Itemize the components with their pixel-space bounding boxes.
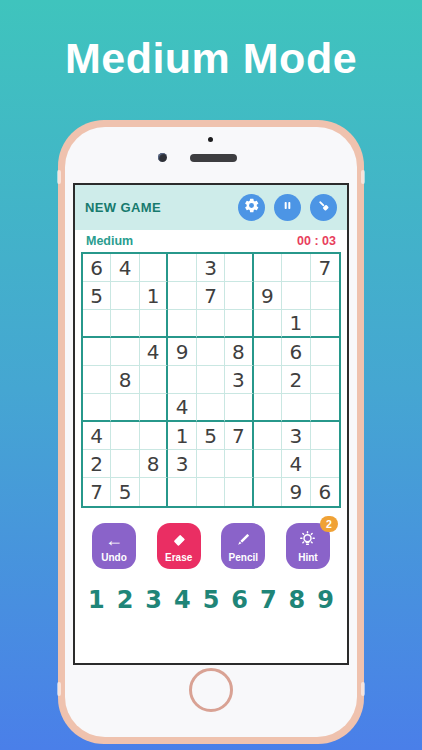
undo-button[interactable]: ← Undo <box>92 523 136 569</box>
cell-r1c9[interactable]: 7 <box>311 254 339 282</box>
cell-r6c4[interactable]: 4 <box>168 394 196 422</box>
cell-r2c4[interactable] <box>168 282 196 310</box>
cell-r4c9[interactable] <box>311 338 339 366</box>
settings-button[interactable] <box>238 194 265 221</box>
undo-label: Undo <box>101 552 127 563</box>
app-header: NEW GAME <box>75 185 347 230</box>
cell-r1c8[interactable] <box>282 254 310 282</box>
cell-r5c1[interactable] <box>83 366 111 394</box>
cell-r1c1[interactable]: 6 <box>83 254 111 282</box>
pause-icon <box>280 198 295 217</box>
pencil-icon <box>234 530 253 550</box>
timer: 00 : 03 <box>297 234 336 248</box>
home-button <box>189 668 233 712</box>
cell-r3c3[interactable] <box>140 310 168 338</box>
cell-r3c9[interactable] <box>311 310 339 338</box>
erase-button[interactable]: Erase <box>157 523 201 569</box>
cell-r7c9[interactable] <box>311 422 339 450</box>
header-buttons <box>238 194 337 221</box>
cell-r4c3[interactable]: 4 <box>140 338 168 366</box>
cell-r1c2[interactable]: 4 <box>111 254 139 282</box>
cell-r7c8[interactable]: 3 <box>282 422 310 450</box>
number-key-6[interactable]: 6 <box>231 588 248 612</box>
cell-r8c8[interactable]: 4 <box>282 450 310 478</box>
cell-r5c4[interactable] <box>168 366 196 394</box>
cell-r3c4[interactable] <box>168 310 196 338</box>
cell-r4c5[interactable] <box>197 338 225 366</box>
cell-r7c1[interactable]: 4 <box>83 422 111 450</box>
cell-r6c9[interactable] <box>311 394 339 422</box>
cell-r2c7[interactable]: 9 <box>254 282 282 310</box>
pencil-button[interactable]: Pencil <box>221 523 265 569</box>
cell-r3c8[interactable]: 1 <box>282 310 310 338</box>
toolbar: ← Undo Erase Pencil 2 <box>75 523 347 569</box>
cell-r5c3[interactable] <box>140 366 168 394</box>
cell-r8c7[interactable] <box>254 450 282 478</box>
number-pad: 1 2 3 4 5 6 7 8 9 <box>75 588 347 612</box>
cell-r4c4[interactable]: 9 <box>168 338 196 366</box>
cell-r8c1[interactable]: 2 <box>83 450 111 478</box>
pencil-label: Pencil <box>229 552 258 563</box>
page-background: Medium Mode NEW GAME <box>0 0 422 750</box>
cell-r2c1[interactable]: 5 <box>83 282 111 310</box>
number-key-1[interactable]: 1 <box>88 588 105 612</box>
cell-r1c5[interactable]: 3 <box>197 254 225 282</box>
cell-r2c3[interactable]: 1 <box>140 282 168 310</box>
number-key-9[interactable]: 9 <box>317 588 334 612</box>
difficulty-label: Medium <box>86 234 133 248</box>
cell-r8c3[interactable]: 8 <box>140 450 168 478</box>
cell-r6c7[interactable] <box>254 394 282 422</box>
cell-r5c6[interactable]: 3 <box>225 366 253 394</box>
cell-r1c4[interactable] <box>168 254 196 282</box>
cell-r8c2[interactable] <box>111 450 139 478</box>
undo-arrow-icon: ← <box>105 530 123 550</box>
cell-r3c5[interactable] <box>197 310 225 338</box>
cell-r5c9[interactable] <box>311 366 339 394</box>
new-game-title: NEW GAME <box>85 200 161 215</box>
cell-r6c2[interactable] <box>111 394 139 422</box>
cell-r7c7[interactable] <box>254 422 282 450</box>
cell-r6c3[interactable] <box>140 394 168 422</box>
cell-r8c6[interactable] <box>225 450 253 478</box>
pause-button[interactable] <box>274 194 301 221</box>
right-bottom-antenna-band <box>361 682 365 696</box>
cell-r6c6[interactable] <box>225 394 253 422</box>
cell-r5c8[interactable]: 2 <box>282 366 310 394</box>
cell-r4c8[interactable]: 6 <box>282 338 310 366</box>
cell-r2c6[interactable] <box>225 282 253 310</box>
right-antenna-band <box>361 170 365 184</box>
cell-r6c8[interactable] <box>282 394 310 422</box>
cell-r4c6[interactable]: 8 <box>225 338 253 366</box>
paint-brush-icon <box>316 198 332 218</box>
cell-r9c6[interactable] <box>225 478 253 506</box>
cell-r4c1[interactable] <box>83 338 111 366</box>
cell-r9c9[interactable]: 6 <box>311 478 339 506</box>
cell-r2c9[interactable] <box>311 282 339 310</box>
front-camera-icon <box>158 153 167 162</box>
lightbulb-icon <box>297 530 318 550</box>
number-key-5[interactable]: 5 <box>203 588 220 612</box>
cell-r7c6[interactable]: 7 <box>225 422 253 450</box>
cell-r9c5[interactable] <box>197 478 225 506</box>
cell-r9c4[interactable] <box>168 478 196 506</box>
cell-r8c5[interactable] <box>197 450 225 478</box>
number-key-7[interactable]: 7 <box>260 588 277 612</box>
cell-r5c7[interactable] <box>254 366 282 394</box>
cell-r8c9[interactable] <box>311 450 339 478</box>
cell-r9c3[interactable] <box>140 478 168 506</box>
erase-label: Erase <box>165 552 192 563</box>
cell-r3c2[interactable] <box>111 310 139 338</box>
gear-icon <box>243 197 260 218</box>
left-bottom-antenna-band <box>57 682 61 696</box>
cell-r1c7[interactable] <box>254 254 282 282</box>
cell-r5c5[interactable] <box>197 366 225 394</box>
cell-r3c6[interactable] <box>225 310 253 338</box>
camera-dot <box>208 137 213 142</box>
page-title: Medium Mode <box>0 34 422 83</box>
cell-r9c8[interactable]: 9 <box>282 478 310 506</box>
cell-r3c7[interactable] <box>254 310 282 338</box>
cell-r2c8[interactable] <box>282 282 310 310</box>
sudoku-grid: 643751791498683244157328347596 <box>81 252 341 508</box>
eraser-icon <box>169 530 189 550</box>
hint-button[interactable]: 2 Hint <box>286 523 330 569</box>
cell-r6c5[interactable] <box>197 394 225 422</box>
speaker-grille <box>190 154 237 162</box>
app-screen: NEW GAME <box>73 183 349 665</box>
number-key-3[interactable]: 3 <box>145 588 162 612</box>
cell-r7c3[interactable] <box>140 422 168 450</box>
cell-r8c4[interactable]: 3 <box>168 450 196 478</box>
cell-r9c2[interactable]: 5 <box>111 478 139 506</box>
cell-r1c3[interactable] <box>140 254 168 282</box>
cell-r7c4[interactable]: 1 <box>168 422 196 450</box>
cell-r7c2[interactable] <box>111 422 139 450</box>
cell-r2c2[interactable] <box>111 282 139 310</box>
cell-r7c5[interactable]: 5 <box>197 422 225 450</box>
theme-button[interactable] <box>310 194 337 221</box>
number-key-2[interactable]: 2 <box>117 588 134 612</box>
cell-r4c7[interactable] <box>254 338 282 366</box>
hint-label: Hint <box>298 552 317 563</box>
cell-r9c1[interactable]: 7 <box>83 478 111 506</box>
hint-badge: 2 <box>320 516 338 532</box>
cell-r5c2[interactable]: 8 <box>111 366 139 394</box>
phone-mockup: NEW GAME <box>58 120 364 744</box>
number-key-8[interactable]: 8 <box>289 588 306 612</box>
status-row: Medium 00 : 03 <box>75 230 347 252</box>
cell-r6c1[interactable] <box>83 394 111 422</box>
left-antenna-band <box>57 170 61 184</box>
cell-r1c6[interactable] <box>225 254 253 282</box>
number-key-4[interactable]: 4 <box>174 588 191 612</box>
cell-r9c7[interactable] <box>254 478 282 506</box>
cell-r3c1[interactable] <box>83 310 111 338</box>
cell-r4c2[interactable] <box>111 338 139 366</box>
cell-r2c5[interactable]: 7 <box>197 282 225 310</box>
